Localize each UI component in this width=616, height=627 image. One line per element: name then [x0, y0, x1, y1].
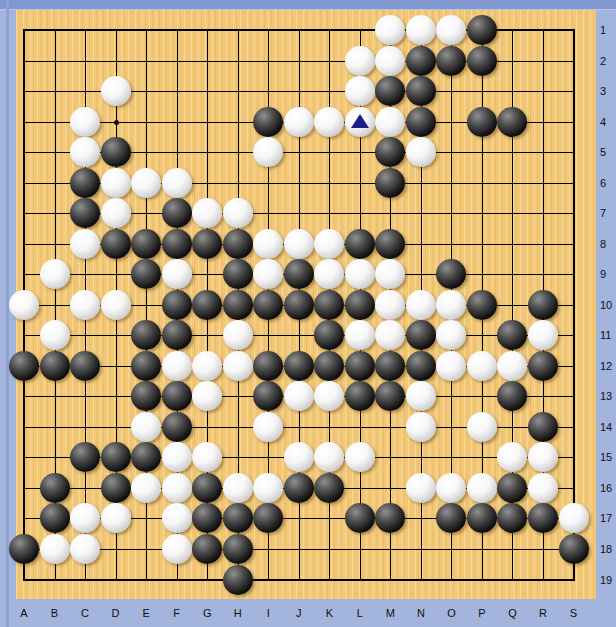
black-stone-K11[interactable]: [314, 320, 344, 350]
white-stone-C8[interactable]: [70, 229, 100, 259]
row-label-15: 15: [600, 452, 612, 463]
column-label-M: M: [386, 608, 395, 619]
black-stone-F11[interactable]: [162, 320, 192, 350]
black-stone-H10[interactable]: [223, 290, 253, 320]
column-label-L: L: [357, 608, 363, 619]
column-label-O: O: [447, 608, 456, 619]
white-stone-I14[interactable]: [253, 412, 283, 442]
white-stone-N10[interactable]: [406, 290, 436, 320]
white-stone-G13[interactable]: [192, 381, 222, 411]
black-stone-O9[interactable]: [436, 259, 466, 289]
white-stone-F9[interactable]: [162, 259, 192, 289]
black-stone-A12[interactable]: [9, 351, 39, 381]
white-stone-H11[interactable]: [223, 320, 253, 350]
white-stone-C17[interactable]: [70, 503, 100, 533]
black-stone-J12[interactable]: [284, 351, 314, 381]
row-label-14: 14: [600, 421, 612, 432]
white-stone-O11[interactable]: [436, 320, 466, 350]
white-stone-G12[interactable]: [192, 351, 222, 381]
black-stone-E9[interactable]: [131, 259, 161, 289]
white-stone-F17[interactable]: [162, 503, 192, 533]
white-stone-N5[interactable]: [406, 137, 436, 167]
white-stone-M2[interactable]: [375, 46, 405, 76]
column-label-G: G: [203, 608, 212, 619]
white-stone-L3[interactable]: [345, 76, 375, 106]
white-stone-N13[interactable]: [406, 381, 436, 411]
white-stone-H12[interactable]: [223, 351, 253, 381]
black-stone-P2[interactable]: [467, 46, 497, 76]
black-stone-N11[interactable]: [406, 320, 436, 350]
black-stone-F14[interactable]: [162, 412, 192, 442]
black-stone-H9[interactable]: [223, 259, 253, 289]
black-stone-P1[interactable]: [467, 15, 497, 45]
row-label-11: 11: [600, 330, 611, 341]
black-stone-R12[interactable]: [528, 351, 558, 381]
row-label-4: 4: [600, 116, 606, 127]
black-stone-E13[interactable]: [131, 381, 161, 411]
row-label-9: 9: [600, 269, 606, 280]
white-stone-Q12[interactable]: [497, 351, 527, 381]
black-stone-I12[interactable]: [253, 351, 283, 381]
black-stone-E8[interactable]: [131, 229, 161, 259]
white-stone-D6[interactable]: [101, 168, 131, 198]
white-stone-S17[interactable]: [559, 503, 589, 533]
column-label-K: K: [326, 608, 333, 619]
white-stone-A10[interactable]: [9, 290, 39, 320]
white-stone-F18[interactable]: [162, 534, 192, 564]
column-label-R: R: [539, 608, 547, 619]
white-stone-K15[interactable]: [314, 442, 344, 472]
black-stone-F7[interactable]: [162, 198, 192, 228]
white-stone-J4[interactable]: [284, 107, 314, 137]
black-stone-B17[interactable]: [40, 503, 70, 533]
white-stone-P14[interactable]: [467, 412, 497, 442]
black-stone-C12[interactable]: [70, 351, 100, 381]
white-stone-F16[interactable]: [162, 473, 192, 503]
white-stone-P16[interactable]: [467, 473, 497, 503]
row-label-5: 5: [600, 147, 606, 158]
row-label-12: 12: [600, 360, 612, 371]
black-stone-Q17[interactable]: [497, 503, 527, 533]
black-stone-G8[interactable]: [192, 229, 222, 259]
black-stone-D15[interactable]: [101, 442, 131, 472]
white-stone-I9[interactable]: [253, 259, 283, 289]
white-stone-D3[interactable]: [101, 76, 131, 106]
black-stone-H19[interactable]: [223, 565, 253, 595]
white-stone-G15[interactable]: [192, 442, 222, 472]
black-stone-C7[interactable]: [70, 198, 100, 228]
row-label-19: 19: [600, 574, 612, 585]
white-stone-F6[interactable]: [162, 168, 192, 198]
black-stone-K12[interactable]: [314, 351, 344, 381]
column-label-H: H: [234, 608, 242, 619]
black-stone-F8[interactable]: [162, 229, 192, 259]
black-stone-K10[interactable]: [314, 290, 344, 320]
white-stone-J13[interactable]: [284, 381, 314, 411]
black-stone-R10[interactable]: [528, 290, 558, 320]
white-stone-M11[interactable]: [375, 320, 405, 350]
black-stone-O17[interactable]: [436, 503, 466, 533]
grid-vline: [573, 30, 575, 581]
black-stone-M13[interactable]: [375, 381, 405, 411]
row-label-1: 1: [600, 25, 606, 36]
white-stone-R16[interactable]: [528, 473, 558, 503]
row-label-18: 18: [600, 544, 612, 555]
black-stone-J10[interactable]: [284, 290, 314, 320]
white-stone-K9[interactable]: [314, 259, 344, 289]
black-stone-A18[interactable]: [9, 534, 39, 564]
black-stone-L10[interactable]: [345, 290, 375, 320]
column-label-D: D: [112, 608, 120, 619]
white-stone-F12[interactable]: [162, 351, 192, 381]
window-top-strip: [0, 0, 616, 10]
grid-hline: [23, 335, 575, 336]
column-label-Q: Q: [508, 608, 517, 619]
white-stone-I16[interactable]: [253, 473, 283, 503]
white-stone-P12[interactable]: [467, 351, 497, 381]
white-stone-D17[interactable]: [101, 503, 131, 533]
black-stone-C15[interactable]: [70, 442, 100, 472]
white-stone-J8[interactable]: [284, 229, 314, 259]
white-stone-R15[interactable]: [528, 442, 558, 472]
black-stone-M12[interactable]: [375, 351, 405, 381]
white-stone-L11[interactable]: [345, 320, 375, 350]
black-stone-I10[interactable]: [253, 290, 283, 320]
white-stone-E6[interactable]: [131, 168, 161, 198]
white-stone-K13[interactable]: [314, 381, 344, 411]
black-stone-Q11[interactable]: [497, 320, 527, 350]
white-stone-O10[interactable]: [436, 290, 466, 320]
white-stone-L2[interactable]: [345, 46, 375, 76]
black-stone-N3[interactable]: [406, 76, 436, 106]
black-stone-C6[interactable]: [70, 168, 100, 198]
star-point: [114, 120, 119, 125]
white-stone-E14[interactable]: [131, 412, 161, 442]
row-label-10: 10: [600, 299, 612, 310]
black-stone-G10[interactable]: [192, 290, 222, 320]
black-stone-N12[interactable]: [406, 351, 436, 381]
row-label-16: 16: [600, 482, 612, 493]
white-stone-N16[interactable]: [406, 473, 436, 503]
column-label-P: P: [478, 608, 485, 619]
black-stone-H17[interactable]: [223, 503, 253, 533]
white-stone-D7[interactable]: [101, 198, 131, 228]
black-stone-F13[interactable]: [162, 381, 192, 411]
black-stone-D16[interactable]: [101, 473, 131, 503]
black-stone-B12[interactable]: [40, 351, 70, 381]
black-stone-E11[interactable]: [131, 320, 161, 350]
row-label-13: 13: [600, 391, 612, 402]
white-stone-E16[interactable]: [131, 473, 161, 503]
black-stone-E12[interactable]: [131, 351, 161, 381]
white-stone-H16[interactable]: [223, 473, 253, 503]
column-label-N: N: [417, 608, 425, 619]
white-stone-G7[interactable]: [192, 198, 222, 228]
white-stone-J15[interactable]: [284, 442, 314, 472]
white-stone-B18[interactable]: [40, 534, 70, 564]
black-stone-Q4[interactable]: [497, 107, 527, 137]
black-stone-D5[interactable]: [101, 137, 131, 167]
row-label-8: 8: [600, 238, 606, 249]
black-stone-H8[interactable]: [223, 229, 253, 259]
black-stone-R17[interactable]: [528, 503, 558, 533]
black-stone-B16[interactable]: [40, 473, 70, 503]
black-stone-F10[interactable]: [162, 290, 192, 320]
white-stone-N1[interactable]: [406, 15, 436, 45]
row-label-7: 7: [600, 208, 606, 219]
column-label-B: B: [51, 608, 58, 619]
black-stone-E15[interactable]: [131, 442, 161, 472]
black-stone-G17[interactable]: [192, 503, 222, 533]
black-stone-G18[interactable]: [192, 534, 222, 564]
black-stone-M5[interactable]: [375, 137, 405, 167]
white-stone-K4[interactable]: [314, 107, 344, 137]
white-stone-I5[interactable]: [253, 137, 283, 167]
column-label-C: C: [81, 608, 89, 619]
black-stone-P4[interactable]: [467, 107, 497, 137]
black-stone-G16[interactable]: [192, 473, 222, 503]
white-stone-H7[interactable]: [223, 198, 253, 228]
white-stone-O16[interactable]: [436, 473, 466, 503]
white-stone-Q15[interactable]: [497, 442, 527, 472]
row-label-3: 3: [600, 86, 606, 97]
row-label-2: 2: [600, 55, 606, 66]
white-stone-L15[interactable]: [345, 442, 375, 472]
black-stone-D8[interactable]: [101, 229, 131, 259]
last-move-triangle-marker: [351, 114, 369, 128]
white-stone-M9[interactable]: [375, 259, 405, 289]
row-label-6: 6: [600, 177, 606, 188]
white-stone-M1[interactable]: [375, 15, 405, 45]
black-stone-N4[interactable]: [406, 107, 436, 137]
black-stone-O2[interactable]: [436, 46, 466, 76]
black-stone-P10[interactable]: [467, 290, 497, 320]
white-stone-C5[interactable]: [70, 137, 100, 167]
white-stone-I8[interactable]: [253, 229, 283, 259]
white-stone-F15[interactable]: [162, 442, 192, 472]
column-label-F: F: [173, 608, 180, 619]
black-stone-M17[interactable]: [375, 503, 405, 533]
black-stone-I4[interactable]: [253, 107, 283, 137]
go-board[interactable]: [16, 10, 596, 599]
black-stone-I17[interactable]: [253, 503, 283, 533]
black-stone-I13[interactable]: [253, 381, 283, 411]
white-stone-M10[interactable]: [375, 290, 405, 320]
white-stone-C18[interactable]: [70, 534, 100, 564]
column-label-S: S: [570, 608, 577, 619]
white-stone-C10[interactable]: [70, 290, 100, 320]
grid-hline: [23, 579, 575, 581]
black-stone-P17[interactable]: [467, 503, 497, 533]
black-stone-R14[interactable]: [528, 412, 558, 442]
black-stone-L8[interactable]: [345, 229, 375, 259]
white-stone-C4[interactable]: [70, 107, 100, 137]
black-stone-N2[interactable]: [406, 46, 436, 76]
white-stone-K8[interactable]: [314, 229, 344, 259]
black-stone-Q13[interactable]: [497, 381, 527, 411]
black-stone-J16[interactable]: [284, 473, 314, 503]
column-label-J: J: [296, 608, 302, 619]
white-stone-M4[interactable]: [375, 107, 405, 137]
black-stone-Q16[interactable]: [497, 473, 527, 503]
black-stone-M6[interactable]: [375, 168, 405, 198]
grid-hline: [23, 549, 575, 550]
white-stone-O12[interactable]: [436, 351, 466, 381]
white-stone-R11[interactable]: [528, 320, 558, 350]
white-stone-D10[interactable]: [101, 290, 131, 320]
black-stone-K16[interactable]: [314, 473, 344, 503]
column-label-E: E: [142, 608, 149, 619]
black-stone-M3[interactable]: [375, 76, 405, 106]
row-label-17: 17: [600, 513, 612, 524]
black-stone-J9[interactable]: [284, 259, 314, 289]
black-stone-H18[interactable]: [223, 534, 253, 564]
white-stone-O1[interactable]: [436, 15, 466, 45]
white-stone-B9[interactable]: [40, 259, 70, 289]
column-label-A: A: [20, 608, 27, 619]
black-stone-S18[interactable]: [559, 534, 589, 564]
black-stone-L12[interactable]: [345, 351, 375, 381]
white-stone-N14[interactable]: [406, 412, 436, 442]
black-stone-L17[interactable]: [345, 503, 375, 533]
black-stone-L13[interactable]: [345, 381, 375, 411]
black-stone-M8[interactable]: [375, 229, 405, 259]
white-stone-L9[interactable]: [345, 259, 375, 289]
column-label-I: I: [267, 608, 270, 619]
white-stone-B11[interactable]: [40, 320, 70, 350]
window-left-edge: [6, 0, 9, 627]
